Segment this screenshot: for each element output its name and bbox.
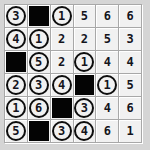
circle-mark: 4 bbox=[52, 75, 72, 95]
cell-r3c2[interactable]: 5 bbox=[28, 51, 50, 73]
cell-number: 4 bbox=[126, 55, 133, 69]
cell-r2c3[interactable]: 2 bbox=[51, 28, 73, 50]
cell-number: 1 bbox=[81, 55, 88, 69]
cell-number: 5 bbox=[12, 124, 19, 138]
cell-number: 4 bbox=[81, 124, 88, 138]
cell-number: 6 bbox=[104, 9, 111, 23]
cell-r3c5[interactable]: 4 bbox=[96, 51, 118, 73]
cell-r2c1[interactable]: 4 bbox=[5, 28, 27, 50]
cell-r4c3[interactable]: 4 bbox=[51, 74, 73, 96]
cell-number: 3 bbox=[58, 124, 65, 138]
cell-r4c2[interactable]: 3 bbox=[28, 74, 50, 96]
cell-number: 6 bbox=[35, 101, 42, 115]
circle-mark: 6 bbox=[29, 98, 49, 118]
cell-r6c6[interactable]: 1 bbox=[119, 120, 141, 142]
cell-r2c5[interactable]: 5 bbox=[96, 28, 118, 50]
circle-mark: 5 bbox=[29, 52, 49, 72]
cell-number: 1 bbox=[126, 124, 133, 138]
circle-mark: 1 bbox=[74, 52, 94, 72]
circle-mark: 3 bbox=[74, 98, 94, 118]
cell-r5c1[interactable]: 1 bbox=[5, 97, 27, 119]
cell-number: 5 bbox=[35, 55, 42, 69]
cell-r1c5[interactable]: 6 bbox=[96, 5, 118, 27]
cell-number: 4 bbox=[58, 78, 65, 92]
cell-r6c2-black[interactable] bbox=[28, 120, 50, 142]
cell-number: 3 bbox=[35, 78, 42, 92]
cell-r6c4[interactable]: 4 bbox=[74, 120, 96, 142]
cell-number: 4 bbox=[12, 32, 19, 46]
cell-r5c4[interactable]: 3 bbox=[74, 97, 96, 119]
circle-mark: 5 bbox=[6, 121, 26, 141]
cell-number: 1 bbox=[12, 101, 19, 115]
circle-mark: 1 bbox=[6, 98, 26, 118]
circle-mark: 3 bbox=[29, 75, 49, 95]
circle-mark: 4 bbox=[74, 121, 94, 141]
cell-number: 2 bbox=[81, 32, 88, 46]
cell-r3c3[interactable]: 2 bbox=[51, 51, 73, 73]
cell-r5c2[interactable]: 6 bbox=[28, 97, 50, 119]
cell-r4c1[interactable]: 2 bbox=[5, 74, 27, 96]
cell-number: 2 bbox=[58, 32, 65, 46]
cell-number: 6 bbox=[104, 124, 111, 138]
cell-number: 5 bbox=[81, 9, 88, 23]
cell-number: 3 bbox=[12, 9, 19, 23]
cell-r1c4[interactable]: 5 bbox=[74, 5, 96, 27]
circle-mark: 1 bbox=[97, 75, 117, 95]
cell-r4c4-black[interactable] bbox=[74, 74, 96, 96]
cell-number: 3 bbox=[126, 32, 133, 46]
cell-number: 1 bbox=[104, 78, 111, 92]
cell-r5c5[interactable]: 4 bbox=[96, 97, 118, 119]
cell-r1c2-black[interactable] bbox=[28, 5, 50, 27]
circle-mark: 3 bbox=[52, 121, 72, 141]
cell-r5c3-black[interactable] bbox=[51, 97, 73, 119]
cell-number: 5 bbox=[126, 78, 133, 92]
cell-number: 2 bbox=[58, 55, 65, 69]
circle-mark: 4 bbox=[6, 29, 26, 49]
cell-r5c6[interactable]: 6 bbox=[119, 97, 141, 119]
cell-number: 2 bbox=[12, 78, 19, 92]
cell-number: 3 bbox=[81, 101, 88, 115]
cell-r3c4[interactable]: 1 bbox=[74, 51, 96, 73]
cell-r2c2[interactable]: 1 bbox=[28, 28, 50, 50]
cell-number: 5 bbox=[104, 32, 111, 46]
cell-r2c4[interactable]: 2 bbox=[74, 28, 96, 50]
cell-r1c3[interactable]: 1 bbox=[51, 5, 73, 27]
circle-mark: 3 bbox=[6, 6, 26, 26]
circle-mark: 1 bbox=[29, 29, 49, 49]
hitori-board: 3156641225352144234151634653461 bbox=[4, 4, 142, 143]
circle-mark: 1 bbox=[52, 6, 72, 26]
circle-mark: 2 bbox=[6, 75, 26, 95]
cell-r3c6[interactable]: 4 bbox=[119, 51, 141, 73]
cell-r3c1-black[interactable] bbox=[5, 51, 27, 73]
cell-number: 6 bbox=[126, 101, 133, 115]
cell-r6c1[interactable]: 5 bbox=[5, 120, 27, 142]
cell-r1c1[interactable]: 3 bbox=[5, 5, 27, 27]
cell-r6c5[interactable]: 6 bbox=[96, 120, 118, 142]
cell-number: 1 bbox=[35, 32, 42, 46]
cell-number: 4 bbox=[104, 101, 111, 115]
cell-number: 6 bbox=[126, 9, 133, 23]
cell-number: 4 bbox=[104, 55, 111, 69]
cell-r2c6[interactable]: 3 bbox=[119, 28, 141, 50]
cell-r4c6[interactable]: 5 bbox=[119, 74, 141, 96]
cell-number: 1 bbox=[58, 9, 65, 23]
cell-r1c6[interactable]: 6 bbox=[119, 5, 141, 27]
cell-r4c5[interactable]: 1 bbox=[96, 74, 118, 96]
cell-r6c3[interactable]: 3 bbox=[51, 120, 73, 142]
